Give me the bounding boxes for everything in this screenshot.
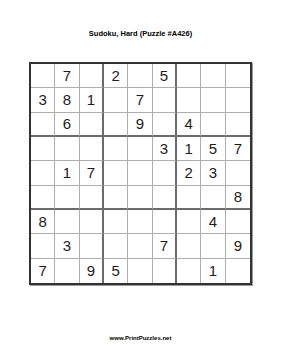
cell-r6c7 bbox=[177, 186, 201, 210]
cell-r7c6 bbox=[153, 210, 177, 234]
cell-r4c8: 5 bbox=[201, 137, 225, 161]
cell-r3c7: 4 bbox=[177, 113, 201, 137]
cell-r1c2: 7 bbox=[55, 64, 79, 88]
cell-r8c5 bbox=[128, 234, 152, 258]
page-title: Sudoku, Hard (Puzzle #A426) bbox=[0, 29, 281, 38]
cell-r4c2 bbox=[55, 137, 79, 161]
cell-r6c9: 8 bbox=[226, 186, 250, 210]
cell-r2c4 bbox=[104, 88, 128, 112]
cell-r3c8 bbox=[201, 113, 225, 137]
cell-r2c1: 3 bbox=[31, 88, 55, 112]
cell-r5c7: 2 bbox=[177, 161, 201, 185]
cell-r9c6 bbox=[153, 259, 177, 283]
cell-r4c3 bbox=[80, 137, 104, 161]
sudoku-board: 7253817694315717238843797951 bbox=[29, 62, 252, 285]
cell-r7c1: 8 bbox=[31, 210, 55, 234]
cell-r5c5 bbox=[128, 161, 152, 185]
cell-r6c8 bbox=[201, 186, 225, 210]
cell-r9c8: 1 bbox=[201, 259, 225, 283]
cell-r1c7 bbox=[177, 64, 201, 88]
cell-r8c6: 7 bbox=[153, 234, 177, 258]
cell-r4c9: 7 bbox=[226, 137, 250, 161]
cell-r9c5 bbox=[128, 259, 152, 283]
cell-r6c3 bbox=[80, 186, 104, 210]
cell-r1c9 bbox=[226, 64, 250, 88]
cell-r3c3 bbox=[80, 113, 104, 137]
cell-r4c4 bbox=[104, 137, 128, 161]
cell-r9c2 bbox=[55, 259, 79, 283]
cell-r9c1: 7 bbox=[31, 259, 55, 283]
cell-r5c6 bbox=[153, 161, 177, 185]
cell-r5c4 bbox=[104, 161, 128, 185]
cell-r6c2 bbox=[55, 186, 79, 210]
cell-r3c6 bbox=[153, 113, 177, 137]
cell-r3c2: 6 bbox=[55, 113, 79, 137]
cell-r2c6 bbox=[153, 88, 177, 112]
cell-r7c7 bbox=[177, 210, 201, 234]
cell-r7c3 bbox=[80, 210, 104, 234]
cell-r1c4: 2 bbox=[104, 64, 128, 88]
cell-r8c1 bbox=[31, 234, 55, 258]
cell-r8c4 bbox=[104, 234, 128, 258]
cell-r6c1 bbox=[31, 186, 55, 210]
cell-r9c7 bbox=[177, 259, 201, 283]
cell-r6c6 bbox=[153, 186, 177, 210]
cell-r1c5 bbox=[128, 64, 152, 88]
cell-r3c4 bbox=[104, 113, 128, 137]
cell-r2c7 bbox=[177, 88, 201, 112]
cell-r1c3 bbox=[80, 64, 104, 88]
cell-r5c2: 1 bbox=[55, 161, 79, 185]
cell-r3c9 bbox=[226, 113, 250, 137]
cell-r1c1 bbox=[31, 64, 55, 88]
cell-r7c8: 4 bbox=[201, 210, 225, 234]
site-url: www.PrintPuzzles.net bbox=[0, 335, 281, 341]
cell-r8c3 bbox=[80, 234, 104, 258]
cell-r3c1 bbox=[31, 113, 55, 137]
cell-r4c5 bbox=[128, 137, 152, 161]
cell-r1c6: 5 bbox=[153, 64, 177, 88]
cell-r5c8: 3 bbox=[201, 161, 225, 185]
cell-r7c9 bbox=[226, 210, 250, 234]
cell-r9c4: 5 bbox=[104, 259, 128, 283]
cell-r2c2: 8 bbox=[55, 88, 79, 112]
cell-r4c6: 3 bbox=[153, 137, 177, 161]
cell-r7c2 bbox=[55, 210, 79, 234]
cell-r4c1 bbox=[31, 137, 55, 161]
cell-r4c7: 1 bbox=[177, 137, 201, 161]
cell-r5c1 bbox=[31, 161, 55, 185]
cell-r2c8 bbox=[201, 88, 225, 112]
cell-r5c3: 7 bbox=[80, 161, 104, 185]
cell-r8c9: 9 bbox=[226, 234, 250, 258]
cell-r6c4 bbox=[104, 186, 128, 210]
cell-r8c2: 3 bbox=[55, 234, 79, 258]
cell-r8c8 bbox=[201, 234, 225, 258]
cell-r3c5: 9 bbox=[128, 113, 152, 137]
cell-r7c4 bbox=[104, 210, 128, 234]
cell-r7c5 bbox=[128, 210, 152, 234]
cell-r9c9 bbox=[226, 259, 250, 283]
cell-r1c8 bbox=[201, 64, 225, 88]
cell-r2c5: 7 bbox=[128, 88, 152, 112]
cell-r2c3: 1 bbox=[80, 88, 104, 112]
cell-r2c9 bbox=[226, 88, 250, 112]
cell-r5c9 bbox=[226, 161, 250, 185]
cell-r9c3: 9 bbox=[80, 259, 104, 283]
cell-r8c7 bbox=[177, 234, 201, 258]
cell-r6c5 bbox=[128, 186, 152, 210]
